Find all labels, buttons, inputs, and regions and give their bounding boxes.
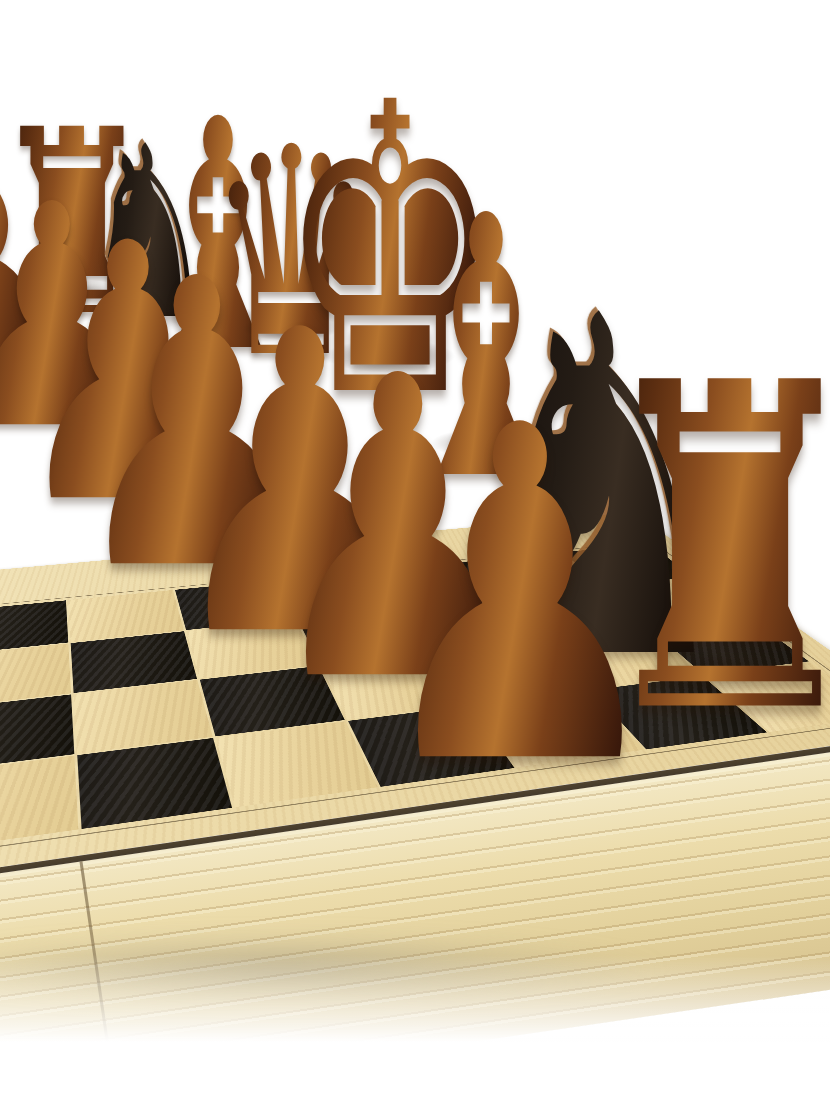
black-pawn-glyph: ♟	[367, 367, 672, 827]
pieces-layer: ♜♞♝♛♚♝♞♜♟♟♟♟♟♟♟	[0, 0, 830, 1100]
photo-stage: ♜♞♝♛♚♝♞♜♟♟♟♟♟♟♟	[0, 0, 830, 1100]
piece-pawn-g7[interactable]: ♟	[367, 367, 672, 827]
